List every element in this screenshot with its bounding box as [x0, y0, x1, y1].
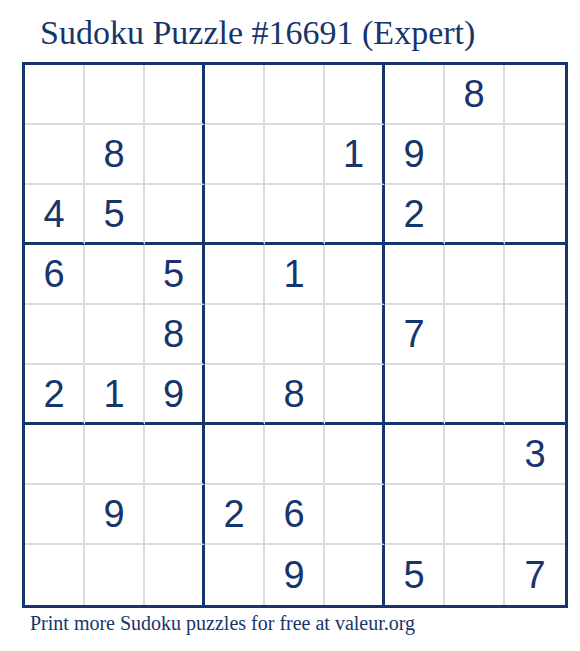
sudoku-cell-empty-r7c2[interactable] [85, 425, 145, 485]
sudoku-cell-empty-r5c8[interactable] [445, 305, 505, 365]
sudoku-cell-given-r8c4[interactable]: 2 [205, 485, 265, 545]
sudoku-cell-empty-r5c2[interactable] [85, 305, 145, 365]
sudoku-cell-empty-r4c7[interactable] [385, 245, 445, 305]
sudoku-cell-empty-r8c9[interactable] [505, 485, 565, 545]
sudoku-cell-empty-r1c7[interactable] [385, 65, 445, 125]
sudoku-cell-empty-r4c6[interactable] [325, 245, 385, 305]
sudoku-cell-empty-r5c6[interactable] [325, 305, 385, 365]
sudoku-cell-empty-r8c3[interactable] [145, 485, 205, 545]
sudoku-cell-empty-r4c2[interactable] [85, 245, 145, 305]
sudoku-cell-given-r6c5[interactable]: 8 [265, 365, 325, 425]
sudoku-cell-given-r5c3[interactable]: 8 [145, 305, 205, 365]
sudoku-cell-empty-r8c1[interactable] [25, 485, 85, 545]
sudoku-cell-empty-r1c2[interactable] [85, 65, 145, 125]
sudoku-cell-given-r8c2[interactable]: 9 [85, 485, 145, 545]
sudoku-cell-empty-r1c4[interactable] [205, 65, 265, 125]
sudoku-cell-empty-r7c8[interactable] [445, 425, 505, 485]
sudoku-cell-empty-r2c8[interactable] [445, 125, 505, 185]
sudoku-cell-empty-r9c8[interactable] [445, 545, 505, 605]
sudoku-cell-empty-r1c5[interactable] [265, 65, 325, 125]
sudoku-cell-empty-r7c6[interactable] [325, 425, 385, 485]
sudoku-cell-given-r4c3[interactable]: 5 [145, 245, 205, 305]
sudoku-cell-given-r8c5[interactable]: 6 [265, 485, 325, 545]
page-title: Sudoku Puzzle #16691 (Expert) [40, 14, 475, 51]
sudoku-cell-empty-r3c9[interactable] [505, 185, 565, 245]
sudoku-cell-given-r6c2[interactable]: 1 [85, 365, 145, 425]
sudoku-cell-empty-r2c4[interactable] [205, 125, 265, 185]
sudoku-cell-given-r6c1[interactable]: 2 [25, 365, 85, 425]
sudoku-cell-empty-r3c4[interactable] [205, 185, 265, 245]
sudoku-cell-empty-r6c8[interactable] [445, 365, 505, 425]
sudoku-cell-empty-r6c9[interactable] [505, 365, 565, 425]
sudoku-cell-empty-r8c7[interactable] [385, 485, 445, 545]
sudoku-cell-empty-r7c7[interactable] [385, 425, 445, 485]
sudoku-cell-given-r3c1[interactable]: 4 [25, 185, 85, 245]
sudoku-cell-empty-r4c4[interactable] [205, 245, 265, 305]
sudoku-cell-empty-r3c6[interactable] [325, 185, 385, 245]
sudoku-cell-given-r2c2[interactable]: 8 [85, 125, 145, 185]
sudoku-cell-given-r6c3[interactable]: 9 [145, 365, 205, 425]
sudoku-cell-empty-r5c5[interactable] [265, 305, 325, 365]
sudoku-cell-empty-r6c7[interactable] [385, 365, 445, 425]
sudoku-page: Sudoku Puzzle #16691 (Expert) 8819452651… [0, 0, 580, 651]
sudoku-cell-empty-r5c4[interactable] [205, 305, 265, 365]
sudoku-cell-empty-r1c6[interactable] [325, 65, 385, 125]
sudoku-cell-empty-r4c9[interactable] [505, 245, 565, 305]
sudoku-cell-given-r9c7[interactable]: 5 [385, 545, 445, 605]
sudoku-cell-empty-r6c4[interactable] [205, 365, 265, 425]
sudoku-cell-empty-r9c6[interactable] [325, 545, 385, 605]
sudoku-cell-empty-r3c3[interactable] [145, 185, 205, 245]
sudoku-cell-empty-r5c1[interactable] [25, 305, 85, 365]
sudoku-cell-empty-r7c1[interactable] [25, 425, 85, 485]
sudoku-grid: 88194526518721983926957 [22, 62, 568, 608]
sudoku-cell-empty-r3c5[interactable] [265, 185, 325, 245]
sudoku-cell-given-r3c7[interactable]: 2 [385, 185, 445, 245]
sudoku-cell-given-r2c6[interactable]: 1 [325, 125, 385, 185]
sudoku-cell-empty-r8c6[interactable] [325, 485, 385, 545]
sudoku-cell-empty-r4c8[interactable] [445, 245, 505, 305]
sudoku-cell-empty-r2c9[interactable] [505, 125, 565, 185]
sudoku-cell-given-r7c9[interactable]: 3 [505, 425, 565, 485]
sudoku-cell-empty-r2c3[interactable] [145, 125, 205, 185]
sudoku-cell-empty-r9c3[interactable] [145, 545, 205, 605]
sudoku-cell-empty-r7c4[interactable] [205, 425, 265, 485]
sudoku-cell-given-r2c7[interactable]: 9 [385, 125, 445, 185]
sudoku-cell-empty-r2c5[interactable] [265, 125, 325, 185]
sudoku-cell-empty-r5c9[interactable] [505, 305, 565, 365]
sudoku-cell-given-r9c5[interactable]: 9 [265, 545, 325, 605]
sudoku-cell-empty-r7c3[interactable] [145, 425, 205, 485]
sudoku-cell-given-r9c9[interactable]: 7 [505, 545, 565, 605]
sudoku-cell-empty-r2c1[interactable] [25, 125, 85, 185]
sudoku-cell-empty-r6c6[interactable] [325, 365, 385, 425]
sudoku-cell-empty-r3c8[interactable] [445, 185, 505, 245]
sudoku-cell-given-r3c2[interactable]: 5 [85, 185, 145, 245]
sudoku-cell-given-r1c8[interactable]: 8 [445, 65, 505, 125]
sudoku-cell-empty-r8c8[interactable] [445, 485, 505, 545]
footer-text: Print more Sudoku puzzles for free at va… [30, 611, 415, 635]
sudoku-cell-given-r5c7[interactable]: 7 [385, 305, 445, 365]
sudoku-cell-empty-r9c2[interactable] [85, 545, 145, 605]
sudoku-cell-empty-r1c1[interactable] [25, 65, 85, 125]
sudoku-cell-given-r4c5[interactable]: 1 [265, 245, 325, 305]
sudoku-cell-empty-r1c3[interactable] [145, 65, 205, 125]
sudoku-cell-given-r4c1[interactable]: 6 [25, 245, 85, 305]
sudoku-cell-empty-r9c1[interactable] [25, 545, 85, 605]
sudoku-cell-empty-r9c4[interactable] [205, 545, 265, 605]
sudoku-cell-empty-r1c9[interactable] [505, 65, 565, 125]
sudoku-cell-empty-r7c5[interactable] [265, 425, 325, 485]
